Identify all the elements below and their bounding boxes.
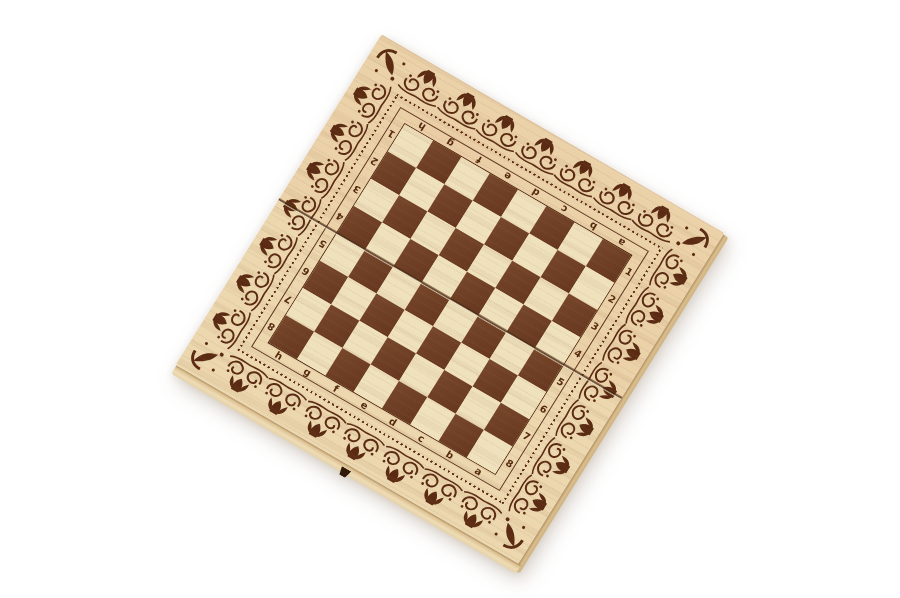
board-face: hgfedcba hgfedcba 12345678 12345678 [176, 34, 725, 564]
board-scene: hgfedcba hgfedcba 12345678 12345678 [250, 106, 650, 492]
clasp-mark [337, 466, 351, 479]
chess-board: hgfedcba hgfedcba 12345678 12345678 [176, 34, 725, 564]
photo-canvas: hgfedcba hgfedcba 12345678 12345678 [0, 0, 900, 598]
